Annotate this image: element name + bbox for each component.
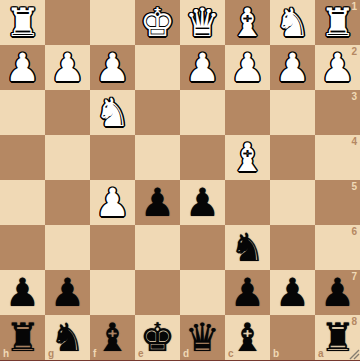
- white-pawn-f2[interactable]: ♟: [95, 45, 130, 90]
- black-queen-d8[interactable]: ♛: [185, 315, 220, 360]
- white-rook-a1[interactable]: ♜: [320, 0, 355, 45]
- square-b3[interactable]: [270, 90, 315, 135]
- square-d3[interactable]: [180, 90, 225, 135]
- white-pawn-f5[interactable]: ♟: [95, 180, 130, 225]
- square-e3[interactable]: [135, 90, 180, 135]
- square-b1[interactable]: ♞: [270, 0, 315, 45]
- white-king-e1[interactable]: ♚: [140, 0, 175, 45]
- white-bishop-c4[interactable]: ♝: [230, 135, 265, 180]
- black-knight-c6[interactable]: ♞: [230, 225, 265, 270]
- square-b4[interactable]: [270, 135, 315, 180]
- square-f7[interactable]: [90, 270, 135, 315]
- black-bishop-c8[interactable]: ♝: [230, 315, 265, 360]
- square-g7[interactable]: ♟: [45, 270, 90, 315]
- resize-handle-icon[interactable]: [348, 348, 360, 360]
- black-pawn-e5[interactable]: ♟: [140, 180, 175, 225]
- square-c3[interactable]: [225, 90, 270, 135]
- black-bishop-f8[interactable]: ♝: [95, 315, 130, 360]
- square-f8[interactable]: ♝f: [90, 315, 135, 360]
- square-h2[interactable]: ♟: [0, 45, 45, 90]
- chess-board[interactable]: ♜♚♛♝♞♜1♟♟♟♟♟♟♟2♞3♝4♟♟♟5♞6♟♟♟♟♟7♜h♞g♝f♚e♛…: [0, 0, 360, 360]
- square-a6[interactable]: 6: [315, 225, 360, 270]
- square-d7[interactable]: [180, 270, 225, 315]
- square-h3[interactable]: [0, 90, 45, 135]
- square-a3[interactable]: 3: [315, 90, 360, 135]
- square-e8[interactable]: ♚e: [135, 315, 180, 360]
- square-h7[interactable]: ♟: [0, 270, 45, 315]
- board-page: { "game": "chess", "position": { "fen": …: [0, 0, 360, 361]
- white-queen-d1[interactable]: ♛: [185, 0, 220, 45]
- square-d2[interactable]: ♟: [180, 45, 225, 90]
- square-a7[interactable]: ♟7: [315, 270, 360, 315]
- square-f5[interactable]: ♟: [90, 180, 135, 225]
- square-h6[interactable]: [0, 225, 45, 270]
- black-pawn-b7[interactable]: ♟: [275, 270, 310, 315]
- rank-label-5: 5: [351, 182, 357, 192]
- white-knight-b1[interactable]: ♞: [275, 0, 310, 45]
- square-b7[interactable]: ♟: [270, 270, 315, 315]
- square-f3[interactable]: ♞: [90, 90, 135, 135]
- white-knight-f3[interactable]: ♞: [95, 90, 130, 135]
- square-a4[interactable]: 4: [315, 135, 360, 180]
- square-c5[interactable]: [225, 180, 270, 225]
- square-c7[interactable]: ♟: [225, 270, 270, 315]
- square-d5[interactable]: ♟: [180, 180, 225, 225]
- square-g3[interactable]: [45, 90, 90, 135]
- black-pawn-g7[interactable]: ♟: [50, 270, 85, 315]
- rank-label-4: 4: [351, 137, 357, 147]
- square-c6[interactable]: ♞: [225, 225, 270, 270]
- square-b2[interactable]: ♟: [270, 45, 315, 90]
- white-pawn-c2[interactable]: ♟: [230, 45, 265, 90]
- square-b5[interactable]: [270, 180, 315, 225]
- white-pawn-g2[interactable]: ♟: [50, 45, 85, 90]
- square-h5[interactable]: [0, 180, 45, 225]
- square-c2[interactable]: ♟: [225, 45, 270, 90]
- square-a5[interactable]: 5: [315, 180, 360, 225]
- black-pawn-c7[interactable]: ♟: [230, 270, 265, 315]
- square-e2[interactable]: [135, 45, 180, 90]
- square-c4[interactable]: ♝: [225, 135, 270, 180]
- square-h8[interactable]: ♜h: [0, 315, 45, 360]
- rank-label-6: 6: [351, 227, 357, 237]
- square-e4[interactable]: [135, 135, 180, 180]
- square-c1[interactable]: ♝: [225, 0, 270, 45]
- square-g6[interactable]: [45, 225, 90, 270]
- square-g1[interactable]: [45, 0, 90, 45]
- square-d1[interactable]: ♛: [180, 0, 225, 45]
- white-rook-h1[interactable]: ♜: [5, 0, 40, 45]
- white-pawn-a2[interactable]: ♟: [320, 45, 355, 90]
- square-h1[interactable]: ♜: [0, 0, 45, 45]
- square-g5[interactable]: [45, 180, 90, 225]
- square-e7[interactable]: [135, 270, 180, 315]
- square-c8[interactable]: ♝c: [225, 315, 270, 360]
- square-e1[interactable]: ♚: [135, 0, 180, 45]
- white-pawn-d2[interactable]: ♟: [185, 45, 220, 90]
- square-a1[interactable]: ♜1: [315, 0, 360, 45]
- white-pawn-h2[interactable]: ♟: [5, 45, 40, 90]
- square-d6[interactable]: [180, 225, 225, 270]
- square-g8[interactable]: ♞g: [45, 315, 90, 360]
- square-a2[interactable]: ♟2: [315, 45, 360, 90]
- square-e6[interactable]: [135, 225, 180, 270]
- black-pawn-h7[interactable]: ♟: [5, 270, 40, 315]
- square-b6[interactable]: [270, 225, 315, 270]
- square-f1[interactable]: [90, 0, 135, 45]
- square-g4[interactable]: [45, 135, 90, 180]
- black-pawn-d5[interactable]: ♟: [185, 180, 220, 225]
- black-pawn-a7[interactable]: ♟: [320, 270, 355, 315]
- square-d8[interactable]: ♛d: [180, 315, 225, 360]
- square-b8[interactable]: b: [270, 315, 315, 360]
- square-d4[interactable]: [180, 135, 225, 180]
- black-rook-h8[interactable]: ♜: [5, 315, 40, 360]
- square-f4[interactable]: [90, 135, 135, 180]
- square-e5[interactable]: ♟: [135, 180, 180, 225]
- file-label-b: b: [273, 349, 279, 359]
- white-bishop-c1[interactable]: ♝: [230, 0, 265, 45]
- rank-label-3: 3: [351, 92, 357, 102]
- square-f2[interactable]: ♟: [90, 45, 135, 90]
- square-h4[interactable]: [0, 135, 45, 180]
- black-knight-g8[interactable]: ♞: [50, 315, 85, 360]
- square-g2[interactable]: ♟: [45, 45, 90, 90]
- black-king-e8[interactable]: ♚: [140, 315, 175, 360]
- white-pawn-b2[interactable]: ♟: [275, 45, 310, 90]
- square-f6[interactable]: [90, 225, 135, 270]
